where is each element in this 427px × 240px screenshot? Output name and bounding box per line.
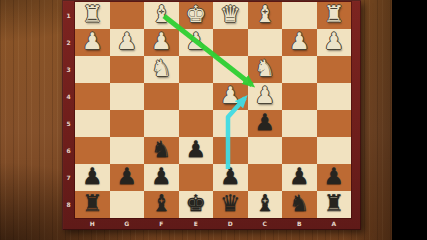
file-label-a: A	[317, 218, 352, 229]
square-a4[interactable]	[317, 83, 352, 110]
square-c8[interactable]: ♝	[248, 191, 283, 218]
black-rook-h8[interactable]: ♜	[82, 191, 103, 217]
white-pawn-c4[interactable]: ♟	[254, 83, 275, 109]
square-d1[interactable]: ♛	[213, 2, 248, 29]
square-b4[interactable]	[282, 83, 317, 110]
square-d2[interactable]	[213, 29, 248, 56]
white-pawn-g2[interactable]: ♟	[116, 29, 137, 55]
square-a2[interactable]: ♟	[317, 29, 352, 56]
black-knight-f6[interactable]: ♞	[151, 137, 172, 163]
square-b5[interactable]	[282, 110, 317, 137]
square-g8[interactable]	[110, 191, 145, 218]
square-f5[interactable]	[144, 110, 179, 137]
square-f2[interactable]: ♟	[144, 29, 179, 56]
square-c2[interactable]	[248, 29, 283, 56]
white-bishop-c1[interactable]: ♝	[254, 2, 275, 28]
square-e5[interactable]	[179, 110, 214, 137]
rank-label-7: 7	[62, 164, 75, 191]
rank-label-5: 5	[62, 110, 75, 137]
square-g4[interactable]	[110, 83, 145, 110]
black-rook-a8[interactable]: ♜	[323, 191, 344, 217]
square-d6[interactable]	[213, 137, 248, 164]
square-h6[interactable]	[75, 137, 110, 164]
square-e4[interactable]	[179, 83, 214, 110]
white-knight-c3[interactable]: ♞	[254, 56, 275, 82]
black-pawn-a7[interactable]: ♟	[323, 164, 344, 190]
white-pawn-h2[interactable]: ♟	[82, 29, 103, 55]
square-f3[interactable]: ♞	[144, 56, 179, 83]
rank-labels: 12345678	[62, 2, 75, 218]
square-c6[interactable]	[248, 137, 283, 164]
black-pawn-b7[interactable]: ♟	[289, 164, 310, 190]
square-g2[interactable]: ♟	[110, 29, 145, 56]
black-pawn-c5[interactable]: ♟	[254, 110, 275, 136]
white-bishop-f1[interactable]: ♝	[151, 2, 172, 28]
square-f4[interactable]	[144, 83, 179, 110]
square-d5[interactable]	[213, 110, 248, 137]
file-label-e: E	[179, 218, 214, 229]
rank-label-1: 1	[62, 2, 75, 29]
file-label-d: D	[213, 218, 248, 229]
square-f7[interactable]: ♟	[144, 164, 179, 191]
square-g5[interactable]	[110, 110, 145, 137]
chess-board[interactable]: ♜♝♚♛♝♜♟♟♟♟♟♟♞♞♟♟♟♞♟♟♟♟♟♟♟♜♝♚♛♝♞♜	[75, 2, 351, 218]
white-pawn-f2[interactable]: ♟	[151, 29, 172, 55]
square-d3[interactable]	[213, 56, 248, 83]
white-queen-d1[interactable]: ♛	[220, 2, 241, 28]
black-king-e8[interactable]: ♚	[185, 191, 206, 217]
square-d8[interactable]: ♛	[213, 191, 248, 218]
square-e8[interactable]: ♚	[179, 191, 214, 218]
square-a5[interactable]	[317, 110, 352, 137]
square-g1[interactable]	[110, 2, 145, 29]
file-labels: HGFEDCBA	[75, 218, 351, 229]
square-e2[interactable]: ♟	[179, 29, 214, 56]
file-label-f: F	[144, 218, 179, 229]
square-c7[interactable]	[248, 164, 283, 191]
black-pawn-f7[interactable]: ♟	[151, 164, 172, 190]
square-f8[interactable]: ♝	[144, 191, 179, 218]
square-c3[interactable]: ♞	[248, 56, 283, 83]
black-queen-d8[interactable]: ♛	[220, 191, 241, 217]
square-b6[interactable]	[282, 137, 317, 164]
black-bishop-f8[interactable]: ♝	[151, 191, 172, 217]
square-f1[interactable]: ♝	[144, 2, 179, 29]
square-a6[interactable]	[317, 137, 352, 164]
square-h7[interactable]: ♟	[75, 164, 110, 191]
square-h3[interactable]	[75, 56, 110, 83]
square-a7[interactable]: ♟	[317, 164, 352, 191]
square-g7[interactable]: ♟	[110, 164, 145, 191]
square-c5[interactable]: ♟	[248, 110, 283, 137]
white-king-e1[interactable]: ♚	[185, 2, 206, 28]
white-rook-a1[interactable]: ♜	[323, 2, 344, 28]
black-pawn-h7[interactable]: ♟	[82, 164, 103, 190]
file-label-b: B	[282, 218, 317, 229]
square-d7[interactable]: ♟	[213, 164, 248, 191]
black-bishop-c8[interactable]: ♝	[254, 191, 275, 217]
white-pawn-a2[interactable]: ♟	[323, 29, 344, 55]
square-e7[interactable]	[179, 164, 214, 191]
rank-label-6: 6	[62, 137, 75, 164]
square-h2[interactable]: ♟	[75, 29, 110, 56]
rank-label-3: 3	[62, 56, 75, 83]
square-g3[interactable]	[110, 56, 145, 83]
square-b7[interactable]: ♟	[282, 164, 317, 191]
square-g6[interactable]	[110, 137, 145, 164]
black-pawn-d7[interactable]: ♟	[220, 164, 241, 190]
square-h5[interactable]	[75, 110, 110, 137]
video-frame: 12345678 HGFEDCBA ♜♝♚♛♝♜♟♟♟♟♟♟♞♞♟♟♟♞♟♟♟♟…	[0, 0, 427, 240]
square-a1[interactable]: ♜	[317, 2, 352, 29]
white-pawn-b2[interactable]: ♟	[289, 29, 310, 55]
rank-label-2: 2	[62, 29, 75, 56]
square-e3[interactable]	[179, 56, 214, 83]
file-label-h: H	[75, 218, 110, 229]
square-a8[interactable]: ♜	[317, 191, 352, 218]
square-f6[interactable]: ♞	[144, 137, 179, 164]
square-d4[interactable]: ♟	[213, 83, 248, 110]
square-c4[interactable]: ♟	[248, 83, 283, 110]
square-b1[interactable]	[282, 2, 317, 29]
square-h1[interactable]: ♜	[75, 2, 110, 29]
square-b8[interactable]: ♞	[282, 191, 317, 218]
square-e1[interactable]: ♚	[179, 2, 214, 29]
square-b2[interactable]: ♟	[282, 29, 317, 56]
black-pawn-e6[interactable]: ♟	[185, 137, 206, 163]
white-rook-h1[interactable]: ♜	[82, 2, 103, 28]
square-e6[interactable]: ♟	[179, 137, 214, 164]
white-pawn-e2[interactable]: ♟	[185, 29, 206, 55]
black-pawn-g7[interactable]: ♟	[116, 164, 137, 190]
square-h8[interactable]: ♜	[75, 191, 110, 218]
black-knight-b8[interactable]: ♞	[289, 191, 310, 217]
rank-label-8: 8	[62, 191, 75, 218]
square-c1[interactable]: ♝	[248, 2, 283, 29]
white-knight-f3[interactable]: ♞	[151, 56, 172, 82]
rank-label-4: 4	[62, 83, 75, 110]
white-pawn-d4[interactable]: ♟	[220, 83, 241, 109]
file-label-c: C	[248, 218, 283, 229]
square-a3[interactable]	[317, 56, 352, 83]
square-b3[interactable]	[282, 56, 317, 83]
file-label-g: G	[110, 218, 145, 229]
square-h4[interactable]	[75, 83, 110, 110]
